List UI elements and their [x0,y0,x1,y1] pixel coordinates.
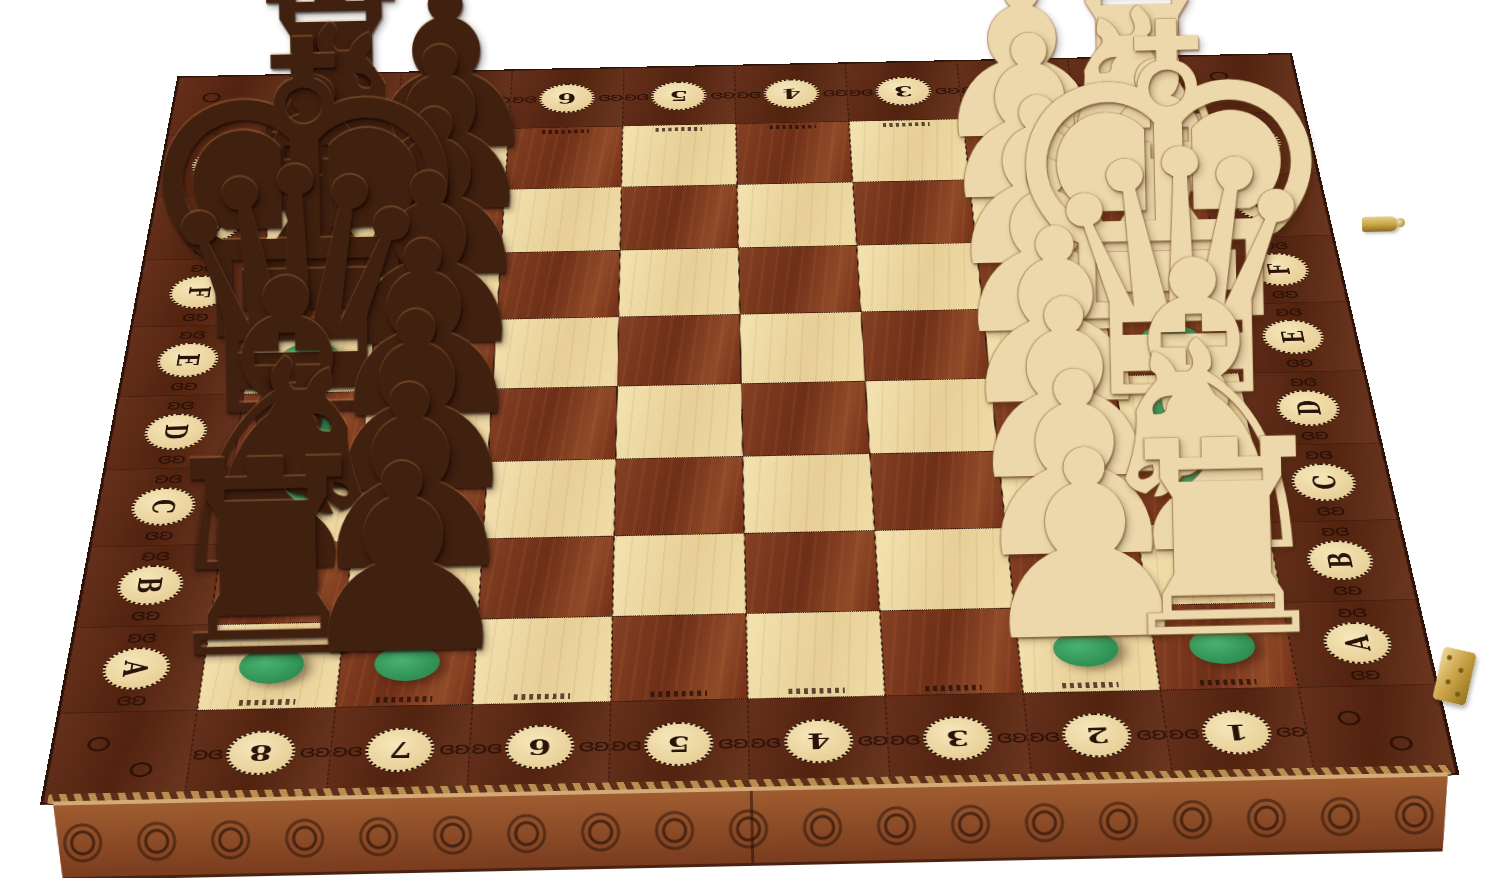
coordinate-label-4: 4 [763,79,820,109]
square-a1 [1148,602,1298,689]
frame-cell-left-F: ʚɞFɞʚ [133,258,264,327]
green-felt-pad [402,340,464,371]
frame-cell-top-4: ʚɞ4ɞʚ [735,64,850,124]
green-felt-pad [1187,627,1258,664]
chess-box-assembly: ʚɞ8ɞʚʚɞ7ɞʚʚɞ6ɞʚʚɞ5ɞʚʚɞ4ɞʚʚɞ3ɞʚʚɞ2ɞʚʚɞ1ɞʚ… [0,0,1500,878]
green-felt-pad [1009,260,1070,289]
heart-curl-ornament-icon: ʚɞ [1028,728,1060,745]
green-felt-pad [288,275,349,304]
burn-mark-dashes [769,125,816,130]
coordinate-label-2: 2 [986,74,1045,104]
burn-mark-dashes [376,696,433,703]
square-d1 [1114,373,1252,448]
heart-curl-ornament-icon: ʚɞ [191,745,223,762]
burn-mark-dashes [428,132,475,137]
green-felt-pad [1161,468,1228,502]
square-a3 [880,608,1023,696]
coordinate-label-C: C [1288,463,1360,502]
heart-curl-ornament-icon: ɞʚ [856,732,887,749]
square-d6 [488,386,617,462]
square-b6 [478,536,614,619]
burn-mark-dashes [925,684,982,691]
coordinate-label-A: A [1320,621,1396,664]
square-a5 [610,614,748,702]
square-g7 [382,189,505,255]
square-b1 [1136,522,1282,605]
square-f5 [618,248,739,317]
coordinate-label-B: B [1304,540,1378,581]
product-photo-stage: ʚɞ8ɞʚʚɞ7ɞʚʚɞ6ɞʚʚɞ5ɞʚʚɞ4ɞʚʚɞ3ɞʚʚɞ2ɞʚʚɞ1ɞʚ… [0,0,1500,878]
frame-cell-left-C: ʚɞCɞʚ [91,467,233,547]
heart-curl-ornament-icon: ʚɞ [1319,524,1350,539]
coordinate-label-G: G [178,211,241,244]
heart-curl-ornament-icon: ʚɞ [331,743,363,760]
heart-curl-ornament-icon: ɞʚ [373,96,398,107]
heart-curl-ornament-icon: ɞʚ [1299,428,1329,442]
square-b7 [344,539,483,622]
heart-curl-ornament-icon: ɞʚ [1348,666,1381,682]
square-c2 [998,449,1137,528]
frame-cell-top-6: ʚɞ6ɞʚ [509,68,624,128]
green-felt-pad [396,410,459,442]
green-felt-pad [409,272,469,301]
heart-curl-ornament-icon: ʚɞ [125,629,157,645]
square-c4 [743,454,875,533]
heart-curl-ornament-icon: ʚɞ [1235,115,1262,126]
burn-mark-dashes [651,690,707,697]
green-felt-pad [1033,471,1099,505]
green-felt-pad [1128,257,1190,286]
heart-curl-ornament-icon: ʚɞ [1072,82,1098,93]
brass-latch-icon [1362,216,1398,232]
burn-mark-dashes [315,134,362,139]
square-a8 [198,622,344,710]
heart-curl-ornament-icon: ʚɞ [200,198,227,210]
board-top-surface: ʚɞ8ɞʚʚɞ7ɞʚʚɞ6ɞʚʚɞ5ɞʚʚɞ4ɞʚʚɞ3ɞʚʚɞ2ɞʚʚɞ1ɞʚ… [40,53,1460,805]
heart-curl-ornament-icon: ɞʚ [438,740,469,757]
coordinate-label-8: 8 [223,730,298,776]
heart-curl-ornament-icon: ɞʚ [1135,726,1167,743]
heart-curl-ornament-icon: ɞʚ [1046,82,1072,93]
square-b3 [875,528,1014,611]
coordinate-label-3: 3 [922,716,995,762]
heart-curl-ornament-icon: ʚɞ [960,84,985,95]
coordinate-label-4: 4 [783,718,854,764]
heart-curl-ornament-icon: ɞʚ [181,310,209,323]
frame-cell-bottom-6: ʚɞ6ɞʚ [467,701,610,793]
square-f1 [1094,238,1225,307]
heart-curl-ornament-icon: ɞʚ [298,743,330,760]
square-f8 [254,255,382,324]
coordinate-label-H: H [1221,128,1284,159]
heart-curl-ornament-icon: ɞʚ [1284,356,1313,370]
square-g8 [264,192,389,258]
frame-cell-right-D: ʚɞDɞʚ [1239,371,1380,446]
heart-curl-ornament-icon: ʚɞ [511,93,536,104]
heart-curl-ornament-icon: ɞʚ [1244,159,1271,171]
square-a4 [746,611,885,699]
coordinate-label-2: 2 [1060,713,1135,759]
green-felt-pad [259,487,325,521]
square-f2 [976,240,1104,309]
heart-curl-ornament-icon: ɞʚ [598,92,623,103]
frame-cell-left-D: ʚɞDɞʚ [106,394,244,470]
heart-curl-ornament-icon: ɞʚ [934,85,959,96]
square-g4 [737,182,857,248]
heart-curl-ornament-icon: ɞʚ [156,452,186,466]
coordinate-label-1: 1 [1199,710,1275,756]
coordinate-label-5: 5 [644,721,713,767]
square-h6 [505,126,622,189]
square-a2 [1014,605,1160,692]
burn-mark-dashes [542,129,589,134]
heart-curl-ornament-icon: ɞʚ [1158,80,1184,91]
square-d8 [233,391,368,467]
heart-curl-ornament-icon: ʚɞ [399,96,424,107]
green-felt-pad [994,134,1052,161]
heart-curl-ornament-icon: ʚɞ [139,548,170,563]
square-f7 [376,253,502,322]
square-h5 [621,124,737,187]
square-g2 [969,177,1094,243]
square-c7 [353,462,488,541]
frame-cell-bottom-4: ʚɞ4ɞʚ [748,696,891,788]
corner-spiral-ornament [169,75,291,136]
heart-curl-ornament-icon: ʚɞ [1167,725,1200,742]
coordinate-label-7: 7 [425,86,483,116]
coordinate-label-E: E [154,342,221,378]
square-g3 [853,180,976,246]
green-felt-pad [373,644,441,681]
burn-mark-dashes [513,693,570,700]
frame-cell-left-H: ʚɞHɞʚ [157,133,282,196]
heart-curl-ornament-icon: ɞʚ [115,692,147,709]
heart-curl-ornament-icon: ɞʚ [822,87,847,98]
coordinate-label-F: F [166,275,231,309]
heart-curl-ornament-icon: ɞʚ [203,181,230,193]
heart-curl-ornament-icon: ɞʚ [1257,222,1285,234]
brass-clasp-icon [1432,646,1477,706]
heart-curl-ornament-icon: ɞʚ [995,729,1027,746]
green-felt-pad [269,413,333,445]
burn-mark-dashes [883,122,930,127]
square-b8 [210,541,352,625]
burn-mark-dashes [1110,118,1157,123]
coordinate-label-6: 6 [538,83,595,113]
frame-cell-left-G: ʚɞGɞʚ [145,194,273,260]
green-felt-pad [306,149,364,176]
square-f3 [857,243,983,312]
square-c8 [222,465,361,545]
square-h7 [389,129,509,192]
coordinate-label-3: 3 [875,76,933,106]
heart-curl-ornament-icon: ɞʚ [192,244,220,256]
burn-mark-dashes [656,127,703,132]
coordinate-label-D: D [141,413,209,451]
green-felt-pad [1118,193,1179,221]
heart-curl-ornament-icon: ʚɞ [610,737,640,754]
square-e1 [1104,304,1239,376]
green-felt-pad [1139,324,1203,355]
frame-cell-bottom-5: ʚɞ5ɞʚ [608,699,749,791]
heart-curl-ornament-icon: ʚɞ [736,89,761,100]
heart-curl-ornament-icon: ɞʚ [143,528,174,543]
green-felt-pad [1174,546,1243,581]
frame-cell-right-H: ʚɞHɞʚ [1190,112,1317,175]
heart-curl-ornament-icon: ʚɞ [1335,604,1367,620]
frame-cell-bottom-3: ʚɞ3ɞʚ [885,693,1032,785]
frame-cell-bottom-1: ʚɞ1ɞʚ [1160,687,1314,779]
burn-mark-dashes [1200,679,1257,686]
coordinate-label-H: H [189,149,251,180]
green-felt-pad [1150,394,1216,426]
heart-curl-ornament-icon: ʚɞ [178,328,206,341]
coordinate-label-F: F [1246,252,1312,286]
frame-cell-left-B: ʚɞBɞʚ [76,544,222,628]
heart-curl-ornament-icon: ɞʚ [1270,287,1299,300]
coordinate-label-A: A [99,647,173,691]
square-h8 [273,131,395,194]
coordinate-label-8: 8 [313,88,372,118]
heart-curl-ornament-icon: ʚɞ [1303,447,1333,461]
square-h1 [1076,114,1201,177]
square-f4 [738,245,861,314]
square-e2 [983,306,1115,378]
square-b2 [1006,525,1148,608]
heart-curl-ornament-icon: ɞʚ [1274,723,1307,740]
frame-cell-right-E: ʚɞEɞʚ [1225,301,1362,373]
frame-cell-right-A: ʚɞAɞʚ [1282,600,1436,687]
coordinate-label-B: B [114,565,186,606]
square-a6 [473,616,612,704]
square-d3 [866,378,998,453]
square-d5 [615,384,742,460]
heart-curl-ornament-icon: ɞʚ [710,89,734,100]
burn-mark-dashes [239,699,296,706]
burn-mark-dashes [788,687,845,694]
green-felt-pad [381,562,447,598]
square-e4 [740,312,866,384]
heart-curl-ornament-icon: ɞʚ [485,94,510,105]
frame-cell-right-F: ʚɞFɞʚ [1213,235,1347,304]
burn-mark-dashes [996,120,1043,125]
heart-curl-ornament-icon: ʚɞ [286,98,312,109]
square-h2 [963,117,1085,180]
heart-curl-ornament-icon: ʚɞ [848,86,873,97]
square-h3 [849,119,969,182]
frame-cell-top-7: ʚɞ7ɞʚ [395,71,512,131]
square-g5 [620,184,739,250]
square-e3 [861,309,990,381]
square-c5 [614,457,745,536]
heart-curl-ornament-icon: ʚɞ [1247,176,1275,188]
green-felt-pad [279,342,342,373]
square-c6 [483,459,615,538]
square-b4 [744,530,880,613]
heart-curl-ornament-icon: ʚɞ [1274,305,1303,318]
frame-cell-bottom-2: ʚɞ2ɞʚ [1023,690,1174,782]
square-d4 [741,381,870,457]
coordinate-label-6: 6 [504,724,575,770]
green-felt-pad [1108,132,1167,159]
green-felt-pad [297,210,357,238]
square-e6 [493,317,619,389]
green-felt-pad [1016,327,1079,358]
heart-curl-ornament-icon: ʚɞ [750,734,781,751]
corner-spiral-ornament [1298,684,1456,776]
coordinate-label-E: E [1260,319,1328,355]
square-e8 [244,322,376,394]
heart-curl-ornament-icon: ʚɞ [624,91,648,102]
heart-curl-ornament-icon: ɞʚ [1331,582,1363,598]
heart-curl-ornament-icon: ʚɞ [166,398,195,412]
square-g1 [1085,175,1213,241]
heart-curl-ornament-icon: ʚɞ [1288,374,1318,388]
corner-spiral-ornament [43,710,197,803]
green-felt-pad [421,146,478,173]
heart-curl-ornament-icon: ʚɞ [189,261,217,274]
coordinate-label-C: C [128,487,198,526]
square-c3 [870,451,1005,530]
green-felt-pad [248,565,316,601]
frame-cell-bottom-8: ʚɞ8ɞʚ [185,707,336,800]
frame-cell-right-G: ʚɞGɞʚ [1201,172,1332,238]
green-felt-pad [237,647,307,684]
heart-curl-ornament-icon: ɞʚ [169,379,198,393]
coordinate-label-D: D [1274,389,1344,426]
heart-curl-ornament-icon: ɞʚ [578,737,609,754]
coordinate-label-5: 5 [651,81,707,111]
square-g6 [501,187,621,253]
burn-mark-dashes [1062,682,1119,689]
frame-cell-top-1: ʚɞ1ɞʚ [1068,57,1190,117]
green-felt-pad [389,484,454,518]
chessboard-grid: ʚɞ8ɞʚʚɞ7ɞʚʚɞ6ɞʚʚɞ5ɞʚʚɞ4ɞʚʚɞ3ɞʚʚɞ2ɞʚʚɞ1ɞʚ… [43,54,1456,803]
green-felt-pad [1001,196,1061,224]
green-felt-pad [1042,548,1110,583]
frame-cell-left-E: ʚɞEɞʚ [120,324,255,396]
heart-curl-ornament-icon: ɞʚ [717,734,747,751]
square-f6 [497,250,620,319]
green-felt-pad [1052,630,1122,667]
square-d7 [361,389,493,465]
frame-cell-right-B: ʚɞBɞʚ [1267,519,1416,602]
frame-cell-bottom-7: ʚɞ7ɞʚ [326,704,473,797]
square-b5 [612,533,746,616]
square-h4 [736,121,853,184]
heart-curl-ornament-icon: ɞʚ [129,608,160,624]
frame-cell-right-C: ʚɞCɞʚ [1252,443,1397,522]
frame-cell-left-A: ʚɞAɞʚ [60,625,210,713]
coordinate-label-7: 7 [364,727,437,773]
heart-curl-ornament-icon: ʚɞ [1260,239,1288,251]
square-c1 [1125,446,1267,525]
frame-cell-top-2: ʚɞ2ɞʚ [957,59,1077,119]
frame-cell-top-8: ʚɞ8ɞʚ [282,73,402,134]
square-d2 [990,376,1125,451]
heart-curl-ornament-icon: ʚɞ [471,740,502,757]
coordinate-label-1: 1 [1098,72,1158,102]
square-e5 [617,314,741,386]
heart-curl-ornament-icon: ʚɞ [889,731,920,748]
square-a7 [335,619,478,707]
square-e7 [368,319,497,391]
green-felt-pad [415,208,474,236]
green-felt-pad [1025,397,1089,429]
frame-cell-top-3: ʚɞ3ɞʚ [846,61,963,121]
frame-cell-top-5: ʚɞ5ɞʚ [622,66,735,126]
heart-curl-ornament-icon: ʚɞ [153,471,183,485]
corner-spiral-ornament [1179,54,1303,114]
heart-curl-ornament-icon: ɞʚ [1314,503,1345,518]
heart-curl-ornament-icon: ʚɞ [211,137,237,149]
coordinate-label-G: G [1233,189,1298,221]
